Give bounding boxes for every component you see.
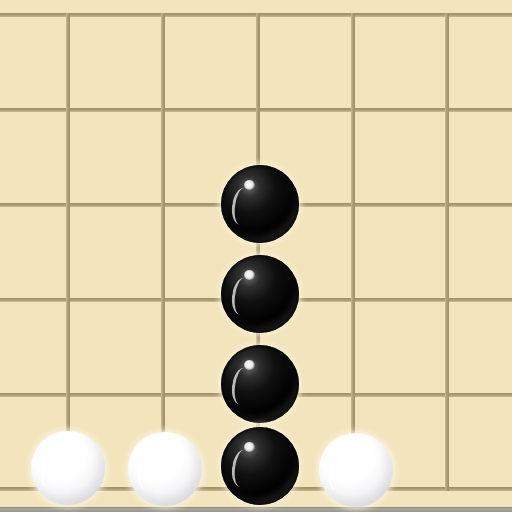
grid-line-vertical-5	[445, 13, 449, 491]
white-stone-col4-row6	[319, 433, 393, 507]
black-stone-col3-row6	[221, 427, 299, 505]
grid-line-vertical-2	[161, 13, 165, 491]
stone-highlight-crescent	[136, 453, 159, 491]
grid-line-vertical-4	[351, 13, 355, 491]
stone-highlight-crescent	[327, 454, 350, 492]
stone-specular-dot	[244, 360, 255, 370]
white-stone-col1-row6	[31, 431, 105, 505]
grid-line-vertical-1	[66, 13, 70, 491]
black-stone-col3-row4	[221, 255, 299, 333]
stone-specular-dot	[244, 442, 255, 452]
stone-highlight-crescent	[230, 367, 255, 407]
board-bottom-edge	[0, 507, 512, 512]
black-stone-col3-row5	[221, 345, 299, 423]
black-stone-col3-row3	[221, 165, 299, 243]
stone-highlight-crescent	[39, 452, 62, 490]
stone-specular-dot	[244, 270, 255, 280]
stone-highlight-crescent	[230, 277, 255, 317]
stone-specular-dot	[244, 180, 255, 190]
stone-highlight-crescent	[230, 187, 255, 227]
white-stone-col2-row6	[128, 432, 202, 506]
stone-highlight-crescent	[230, 449, 255, 489]
game-board[interactable]	[0, 0, 512, 512]
